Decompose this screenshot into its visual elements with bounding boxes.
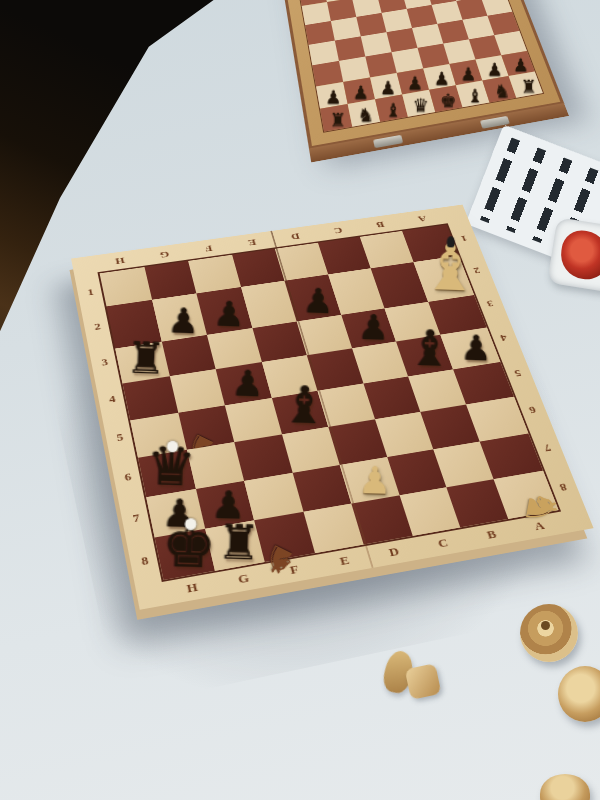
square-d7[interactable]: ♟ <box>340 457 400 504</box>
square-c3[interactable]: ♟ <box>341 308 396 348</box>
black-bishop-b4[interactable]: ♝ <box>408 324 453 374</box>
captured-white-knight-fallen[interactable]: ♞ <box>519 487 565 529</box>
black-pawn-g2[interactable]: ♟ <box>168 303 201 339</box>
bg-square-4-3 <box>386 28 417 52</box>
black-pawn-c3[interactable]: ♟ <box>358 310 390 346</box>
bg-square-2-0 <box>302 2 331 25</box>
black-pawn-f2[interactable]: ♟ <box>213 297 245 333</box>
black-rook-g8[interactable]: ♜ <box>217 518 261 567</box>
bg-black-rook: ♜ <box>330 111 347 130</box>
rank-label-left-6: 6 <box>110 454 146 499</box>
black-pawn-f4[interactable]: ♟ <box>231 365 264 402</box>
captured-white-pawn-top-view[interactable] <box>558 666 600 722</box>
square-f4[interactable]: ♟ <box>216 362 272 405</box>
square-f2[interactable]: ♟ <box>196 287 252 335</box>
bowl-red-contents <box>558 228 600 283</box>
bg-black-pawn: ♟ <box>380 79 396 97</box>
bg-black-pawn: ♟ <box>487 61 503 79</box>
captured-white-piece-corner[interactable] <box>540 774 590 800</box>
captured-white-queen-top-view[interactable] <box>520 604 578 662</box>
square-h4[interactable] <box>123 376 178 420</box>
bg-black-pawn: ♟ <box>407 75 423 93</box>
knight-base <box>405 663 442 700</box>
bg-square-6-0: ♟ <box>316 82 348 109</box>
black-king-h8[interactable]: ♚ <box>161 515 217 577</box>
main-chess-board: HGFEDCBA HGFEDCBA 12345678 12345678 ♟♟♟♝… <box>95 163 541 609</box>
bg-black-pawn: ♟ <box>513 57 529 75</box>
background-board-grid: ♜♞♝♛♚♝♞♜♟♟♟♟♟♟♟♟♟♟♟♟♟♟♟♟♜♞♝♛♚♝♞♜ <box>295 0 543 132</box>
bg-square-3-0 <box>305 21 335 45</box>
bg-black-rook: ♜ <box>521 78 537 96</box>
bg-black-queen: ♛ <box>413 96 429 114</box>
rank-label-left-2: 2 <box>81 307 114 346</box>
bg-square-4-7 <box>487 12 519 35</box>
square-h3[interactable]: ♜ <box>115 341 169 383</box>
square-d2[interactable]: ♟ <box>285 274 341 321</box>
bg-black-knight: ♞ <box>494 82 510 100</box>
bg-square-2-1 <box>327 0 356 21</box>
black-pawn-d2[interactable]: ♟ <box>303 284 335 319</box>
black-pawn-a4[interactable]: ♟ <box>460 330 492 366</box>
white-pawn-d7[interactable]: ♟ <box>358 462 392 501</box>
board-surface: HGFEDCBA HGFEDCBA 12345678 12345678 ♟♟♟♝… <box>71 205 594 610</box>
bg-black-pawn: ♟ <box>461 66 477 84</box>
square-b8[interactable] <box>447 480 508 528</box>
bg-square-6-4: ♟ <box>423 64 456 90</box>
bg-black-bishop: ♝ <box>467 87 483 105</box>
square-h8[interactable]: ♚ <box>155 529 215 580</box>
square-g1[interactable] <box>144 261 196 300</box>
bg-black-bishop: ♝ <box>385 101 402 119</box>
captured-white-knight-standing[interactable] <box>379 641 448 710</box>
bg-black-king: ♚ <box>440 92 456 110</box>
background-board: ♜♞♝♛♚♝♞♜♟♟♟♟♟♟♟♟♟♟♟♟♟♟♟♟♜♞♝♛♚♝♞♜ <box>278 0 564 149</box>
bg-black-knight: ♞ <box>358 106 375 125</box>
box-hinge-left <box>373 135 403 148</box>
bg-square-2-4 <box>402 0 432 9</box>
bg-square-2-2 <box>352 0 382 17</box>
bg-square-7-0: ♜ <box>320 104 352 132</box>
black-bishop-e5[interactable]: ♝ <box>281 380 328 432</box>
bg-square-3-1 <box>331 17 361 41</box>
bg-square-4-5 <box>437 20 469 44</box>
background-chess-set: ♜♞♝♛♚♝♞♜♟♟♟♟♟♟♟♟♟♟♟♟♟♟♟♟♜♞♝♛♚♝♞♜ <box>292 0 532 148</box>
black-queen-h6[interactable]: ♛ <box>145 438 196 495</box>
bowl <box>547 217 600 293</box>
bg-black-pawn: ♟ <box>325 88 342 106</box>
square-d8[interactable] <box>352 496 413 545</box>
bg-black-pawn: ♟ <box>434 70 450 88</box>
black-rook-h3[interactable]: ♜ <box>126 336 167 381</box>
bg-square-5-6 <box>469 35 501 59</box>
bg-black-pawn: ♟ <box>353 84 369 102</box>
photo-scene: ♜♞♝♛♚♝♞♜♟♟♟♟♟♟♟♟♟♟♟♟♟♟♟♟♜♞♝♛♚♝♞♜ HGFEDCB… <box>0 0 600 800</box>
